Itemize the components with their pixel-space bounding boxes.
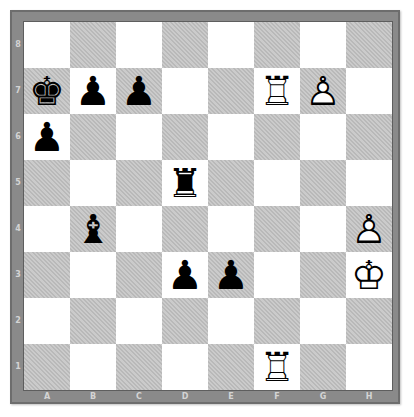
square-e7[interactable]	[208, 68, 254, 114]
square-c6[interactable]	[116, 114, 162, 160]
square-e6[interactable]	[208, 114, 254, 160]
square-d8[interactable]	[162, 22, 208, 68]
square-d4[interactable]	[162, 206, 208, 252]
square-a1[interactable]	[24, 344, 70, 390]
black-piece-glyph: ♟	[70, 68, 116, 114]
square-d1[interactable]	[162, 344, 208, 390]
square-d3[interactable]: ♟	[162, 252, 208, 298]
square-d2[interactable]	[162, 298, 208, 344]
square-d7[interactable]	[162, 68, 208, 114]
rank-label-7: 7	[12, 68, 24, 114]
black-piece-glyph: ♟	[116, 68, 162, 114]
file-label-e: E	[208, 390, 254, 404]
black-pawn[interactable]: ♟	[24, 114, 70, 160]
square-f8[interactable]	[254, 22, 300, 68]
square-b1[interactable]	[70, 344, 116, 390]
file-label-f: F	[254, 390, 300, 404]
rank-label-5: 5	[12, 160, 24, 206]
square-a7[interactable]: ♚	[24, 68, 70, 114]
square-h5[interactable]	[346, 160, 392, 206]
black-pawn[interactable]: ♟	[208, 252, 254, 298]
file-label-a: A	[24, 390, 70, 404]
square-h2[interactable]	[346, 298, 392, 344]
square-f2[interactable]	[254, 298, 300, 344]
square-e4[interactable]	[208, 206, 254, 252]
square-h8[interactable]	[346, 22, 392, 68]
square-b3[interactable]	[70, 252, 116, 298]
rank-label-3: 3	[12, 252, 24, 298]
rank-label-8: 8	[12, 22, 24, 68]
file-label-c: C	[116, 390, 162, 404]
square-c3[interactable]	[116, 252, 162, 298]
square-b5[interactable]	[70, 160, 116, 206]
square-c2[interactable]	[116, 298, 162, 344]
square-e2[interactable]	[208, 298, 254, 344]
white-piece-outline: ♖	[254, 68, 300, 114]
square-b6[interactable]	[70, 114, 116, 160]
black-piece-glyph: ♚	[24, 68, 70, 114]
square-f5[interactable]	[254, 160, 300, 206]
chess-board-frame: 87654321 ♚♟♟♜♖♟♙♟♜♝♟♙♟♟♚♔♜♖ ABCDEFGH	[10, 10, 400, 404]
square-g5[interactable]	[300, 160, 346, 206]
square-g2[interactable]	[300, 298, 346, 344]
square-b7[interactable]: ♟	[70, 68, 116, 114]
square-a4[interactable]	[24, 206, 70, 252]
square-g6[interactable]	[300, 114, 346, 160]
black-piece-glyph: ♝	[70, 206, 116, 252]
rank-labels: 87654321	[12, 22, 24, 390]
file-label-b: B	[70, 390, 116, 404]
square-c8[interactable]	[116, 22, 162, 68]
white-pawn[interactable]: ♟♙	[346, 206, 392, 252]
black-pawn[interactable]: ♟	[116, 68, 162, 114]
square-g3[interactable]	[300, 252, 346, 298]
rank-label-4: 4	[12, 206, 24, 252]
white-rook[interactable]: ♜♖	[254, 68, 300, 114]
square-a8[interactable]	[24, 22, 70, 68]
black-piece-glyph: ♟	[208, 252, 254, 298]
page: 87654321 ♚♟♟♜♖♟♙♟♜♝♟♙♟♟♚♔♜♖ ABCDEFGH	[0, 0, 414, 417]
black-pawn[interactable]: ♟	[162, 252, 208, 298]
square-c4[interactable]	[116, 206, 162, 252]
square-h7[interactable]	[346, 68, 392, 114]
black-pawn[interactable]: ♟	[70, 68, 116, 114]
file-label-g: G	[300, 390, 346, 404]
chess-board: ♚♟♟♜♖♟♙♟♜♝♟♙♟♟♚♔♜♖	[24, 22, 392, 390]
square-h6[interactable]	[346, 114, 392, 160]
square-f1[interactable]: ♜♖	[254, 344, 300, 390]
square-g8[interactable]	[300, 22, 346, 68]
square-a5[interactable]	[24, 160, 70, 206]
square-c1[interactable]	[116, 344, 162, 390]
white-piece-outline: ♖	[254, 344, 300, 390]
square-d5[interactable]: ♜	[162, 160, 208, 206]
square-a6[interactable]: ♟	[24, 114, 70, 160]
file-label-h: H	[346, 390, 392, 404]
square-h4[interactable]: ♟♙	[346, 206, 392, 252]
square-f3[interactable]	[254, 252, 300, 298]
square-e8[interactable]	[208, 22, 254, 68]
square-g7[interactable]: ♟♙	[300, 68, 346, 114]
square-a3[interactable]	[24, 252, 70, 298]
square-f7[interactable]: ♜♖	[254, 68, 300, 114]
square-e3[interactable]: ♟	[208, 252, 254, 298]
square-f6[interactable]	[254, 114, 300, 160]
black-piece-glyph: ♟	[162, 252, 208, 298]
square-g4[interactable]	[300, 206, 346, 252]
rank-label-2: 2	[12, 298, 24, 344]
square-a2[interactable]	[24, 298, 70, 344]
white-piece-outline: ♔	[346, 252, 392, 298]
square-f4[interactable]	[254, 206, 300, 252]
black-bishop[interactable]: ♝	[70, 206, 116, 252]
square-e5[interactable]	[208, 160, 254, 206]
rank-label-1: 1	[12, 344, 24, 390]
square-d6[interactable]	[162, 114, 208, 160]
white-king[interactable]: ♚♔	[346, 252, 392, 298]
black-piece-glyph: ♜	[162, 160, 208, 206]
square-b8[interactable]	[70, 22, 116, 68]
square-c7[interactable]: ♟	[116, 68, 162, 114]
square-e1[interactable]	[208, 344, 254, 390]
square-g1[interactable]	[300, 344, 346, 390]
black-rook[interactable]: ♜	[162, 160, 208, 206]
file-label-d: D	[162, 390, 208, 404]
white-piece-outline: ♙	[346, 206, 392, 252]
square-b2[interactable]	[70, 298, 116, 344]
white-pawn[interactable]: ♟♙	[300, 68, 346, 114]
white-rook[interactable]: ♜♖	[254, 344, 300, 390]
square-h1[interactable]	[346, 344, 392, 390]
square-h3[interactable]: ♚♔	[346, 252, 392, 298]
black-piece-glyph: ♟	[24, 114, 70, 160]
rank-label-6: 6	[12, 114, 24, 160]
square-c5[interactable]	[116, 160, 162, 206]
white-piece-outline: ♙	[300, 68, 346, 114]
square-b4[interactable]: ♝	[70, 206, 116, 252]
black-king[interactable]: ♚	[24, 68, 70, 114]
file-labels: ABCDEFGH	[24, 390, 392, 404]
